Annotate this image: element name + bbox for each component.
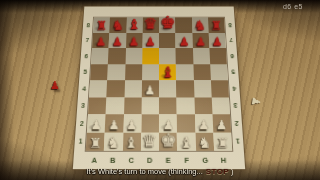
square-a4[interactable] xyxy=(89,80,107,97)
square-c4[interactable] xyxy=(124,80,142,97)
piece-white-pawn-h2[interactable]: ♟ xyxy=(216,119,227,132)
square-c2[interactable]: ♟ xyxy=(123,114,141,132)
rank-label-left-8: 8 xyxy=(86,22,90,28)
piece-white-pawn-a2[interactable]: ♟ xyxy=(90,119,101,132)
piece-black-king-e8[interactable]: ♚ xyxy=(160,15,175,32)
rank-label-left-6: 6 xyxy=(84,53,88,59)
piece-white-queen-d1[interactable]: ♛ xyxy=(142,133,157,150)
piece-white-king-e1[interactable]: ♚ xyxy=(160,131,177,150)
piece-black-knight-g8[interactable]: ♞ xyxy=(194,18,206,31)
square-c8[interactable]: ♝ xyxy=(126,18,143,33)
square-h5[interactable] xyxy=(210,64,228,80)
rank-label-left-4: 4 xyxy=(82,85,86,91)
square-b2[interactable]: ♟ xyxy=(105,114,124,132)
square-a5[interactable] xyxy=(90,64,108,80)
square-b1[interactable]: ♞ xyxy=(104,132,123,150)
square-f8[interactable] xyxy=(175,18,192,33)
square-d4[interactable]: ♟ xyxy=(142,80,159,97)
piece-white-bishop-f1[interactable]: ♝ xyxy=(180,134,194,149)
rank-label-left-7: 7 xyxy=(85,37,89,43)
piece-black-rook-h8[interactable]: ♜ xyxy=(211,19,222,31)
piece-white-rook-a1[interactable]: ♜ xyxy=(89,136,101,150)
piece-black-rook-a8[interactable]: ♜ xyxy=(96,19,107,31)
square-g1[interactable]: ♞ xyxy=(195,132,214,150)
square-f6[interactable] xyxy=(176,48,193,64)
square-d6[interactable] xyxy=(142,48,159,64)
rank-label-right-7: 7 xyxy=(229,37,233,43)
square-b6[interactable] xyxy=(108,48,125,64)
square-h8[interactable]: ♜ xyxy=(208,18,225,33)
square-h1[interactable]: ♜ xyxy=(213,132,232,150)
square-e1[interactable]: ♚ xyxy=(159,132,177,150)
square-b3[interactable] xyxy=(106,97,124,114)
piece-black-queen-d8[interactable]: ♛ xyxy=(144,16,158,31)
square-d5[interactable] xyxy=(142,64,159,80)
square-c5[interactable] xyxy=(125,64,142,80)
status-bar: It's White's turn to move (thinking...ST… xyxy=(0,160,320,178)
square-a6[interactable] xyxy=(91,48,109,64)
rank-label-right-3: 3 xyxy=(233,102,237,109)
piece-white-pawn-c2[interactable]: ♟ xyxy=(126,119,137,132)
square-g2[interactable]: ♟ xyxy=(194,114,213,132)
piece-black-knight-b8[interactable]: ♞ xyxy=(112,18,124,31)
square-b8[interactable]: ♞ xyxy=(110,18,127,33)
board-squares: ♜♞♝♛♚♞♜♟♟♟♟♟♟♟♝♟♟♟♟♟♟♟♜♞♝♛♚♝♞♜ xyxy=(86,18,232,151)
piece-white-rook-h1[interactable]: ♜ xyxy=(217,136,229,150)
rank-label-left-3: 3 xyxy=(81,102,85,109)
square-b4[interactable] xyxy=(107,80,125,97)
square-f5[interactable] xyxy=(176,64,193,80)
square-c6[interactable] xyxy=(125,48,142,64)
move-history-text: d6 e5 xyxy=(283,3,303,10)
square-d2[interactable] xyxy=(141,114,159,132)
rank-label-right-5: 5 xyxy=(231,69,235,75)
square-g8[interactable]: ♞ xyxy=(192,18,209,33)
square-g5[interactable] xyxy=(193,64,211,80)
captured-black-pawn: ♟ xyxy=(50,80,60,91)
status-suffix: ) xyxy=(231,167,234,176)
square-f3[interactable] xyxy=(176,97,194,114)
game-window: ♜♞♝♛♚♞♜♟♟♟♟♟♟♟♝♟♟♟♟♟♟♟♜♞♝♛♚♝♞♜ ABCDEFGH … xyxy=(0,0,320,180)
square-c1[interactable]: ♝ xyxy=(122,132,141,150)
piece-black-pawn-c7[interactable]: ♟ xyxy=(129,36,139,48)
square-h3[interactable] xyxy=(211,97,230,114)
square-d1[interactable]: ♛ xyxy=(141,132,159,150)
square-c7[interactable]: ♟ xyxy=(126,33,143,48)
square-g6[interactable] xyxy=(192,48,209,64)
table-scene: ♜♞♝♛♚♞♜♟♟♟♟♟♟♟♝♟♟♟♟♟♟♟♜♞♝♛♚♝♞♜ ABCDEFGH … xyxy=(0,0,320,180)
square-g7[interactable]: ♟ xyxy=(192,33,209,48)
square-e3[interactable] xyxy=(159,97,177,114)
captured-white-pawn: ♟ xyxy=(250,96,263,108)
square-d8[interactable]: ♛ xyxy=(143,18,159,33)
square-f2[interactable] xyxy=(177,114,195,132)
square-a1[interactable]: ♜ xyxy=(86,132,105,150)
square-e5[interactable]: ♝ xyxy=(159,64,176,80)
square-h7[interactable]: ♟ xyxy=(208,33,225,48)
square-d7[interactable]: ♟ xyxy=(142,33,159,48)
square-e8[interactable]: ♚ xyxy=(159,18,175,33)
piece-white-pawn-b2[interactable]: ♟ xyxy=(108,119,119,132)
piece-white-pawn-d4[interactable]: ♟ xyxy=(145,84,156,96)
piece-white-pawn-g2[interactable]: ♟ xyxy=(198,119,209,132)
square-h2[interactable]: ♟ xyxy=(212,114,231,132)
square-a7[interactable]: ♟ xyxy=(92,33,109,48)
piece-black-pawn-h7[interactable]: ♟ xyxy=(212,36,222,48)
piece-white-bishop-c1[interactable]: ♝ xyxy=(125,134,139,149)
square-h6[interactable] xyxy=(209,48,227,64)
square-e4[interactable] xyxy=(159,80,176,97)
square-f4[interactable] xyxy=(176,80,194,97)
square-d3[interactable] xyxy=(141,97,159,114)
rank-label-left-5: 5 xyxy=(83,69,87,75)
piece-black-pawn-d7[interactable]: ♟ xyxy=(145,36,155,48)
piece-black-pawn-f7[interactable]: ♟ xyxy=(179,36,189,48)
rank-label-right-2: 2 xyxy=(234,120,238,127)
rank-label-left-1: 1 xyxy=(78,138,82,145)
piece-white-knight-b1[interactable]: ♞ xyxy=(107,135,120,150)
piece-black-pawn-b7[interactable]: ♟ xyxy=(112,36,122,48)
square-b7[interactable]: ♟ xyxy=(109,33,126,48)
rank-label-right-4: 4 xyxy=(232,85,236,91)
square-a3[interactable] xyxy=(88,97,107,114)
piece-white-knight-g1[interactable]: ♞ xyxy=(198,135,211,150)
square-h4[interactable] xyxy=(211,80,229,97)
piece-black-pawn-g7[interactable]: ♟ xyxy=(196,36,206,48)
rank-label-right-8: 8 xyxy=(228,22,232,28)
square-e7[interactable] xyxy=(159,33,176,48)
rank-label-left-2: 2 xyxy=(80,120,84,127)
square-g3[interactable] xyxy=(194,97,212,114)
piece-black-bishop-c8[interactable]: ♝ xyxy=(128,18,140,32)
square-b5[interactable] xyxy=(107,64,125,80)
stop-button[interactable]: STOP xyxy=(206,167,229,176)
square-f7[interactable]: ♟ xyxy=(175,33,192,48)
square-g4[interactable] xyxy=(193,80,211,97)
chess-board: ♜♞♝♛♚♞♜♟♟♟♟♟♟♟♝♟♟♟♟♟♟♟♜♞♝♛♚♝♞♜ ABCDEFGH … xyxy=(73,7,245,170)
piece-black-pawn-a7[interactable]: ♟ xyxy=(95,36,105,48)
rank-label-right-6: 6 xyxy=(230,53,234,59)
piece-black-bishop-e5[interactable]: ♝ xyxy=(161,65,174,79)
square-e6[interactable] xyxy=(159,48,176,64)
square-a2[interactable]: ♟ xyxy=(87,114,106,132)
square-f1[interactable]: ♝ xyxy=(177,132,196,150)
square-c3[interactable] xyxy=(124,97,142,114)
turn-status-text: It's White's turn to move (thinking... xyxy=(87,167,203,176)
rank-label-right-1: 1 xyxy=(235,138,239,145)
square-a8[interactable]: ♜ xyxy=(93,18,110,33)
